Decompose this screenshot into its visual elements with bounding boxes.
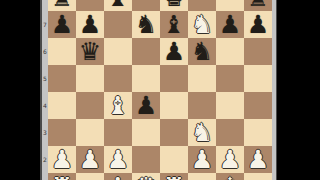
white-pawn-piece: ♟ bbox=[188, 146, 216, 173]
square-a7[interactable]: ♟ bbox=[48, 11, 76, 38]
square-c8[interactable]: ♝ bbox=[104, 0, 132, 11]
chess-board: ♜♝♚♜♟♟♞♝♞♟♟♛♟♞♝♟♞♟♟♟♟♟♟♜♝♛♜♚ bbox=[48, 0, 272, 180]
white-king-piece: ♚ bbox=[216, 173, 244, 180]
black-pawn-piece: ♟ bbox=[76, 11, 104, 38]
square-b6[interactable]: ♛ bbox=[76, 38, 104, 65]
square-h2[interactable]: ♟ bbox=[244, 146, 272, 173]
black-knight-piece: ♞ bbox=[132, 11, 160, 38]
square-e5[interactable] bbox=[160, 65, 188, 92]
white-pawn-piece: ♟ bbox=[76, 146, 104, 173]
white-bishop-piece: ♝ bbox=[104, 92, 132, 119]
black-bishop-piece: ♝ bbox=[160, 11, 188, 38]
square-f5[interactable] bbox=[188, 65, 216, 92]
square-g5[interactable] bbox=[216, 65, 244, 92]
square-c5[interactable] bbox=[104, 65, 132, 92]
video-letterbox-frame: 87654321 ♜♝♚♜♟♟♞♝♞♟♟♛♟♞♝♟♞♟♟♟♟♟♟♜♝♛♜♚ bbox=[0, 0, 320, 180]
square-h5[interactable] bbox=[244, 65, 272, 92]
square-d1[interactable]: ♛ bbox=[132, 173, 160, 180]
square-d2[interactable] bbox=[132, 146, 160, 173]
square-f6[interactable]: ♞ bbox=[188, 38, 216, 65]
square-c7[interactable] bbox=[104, 11, 132, 38]
white-pawn-piece: ♟ bbox=[244, 146, 272, 173]
square-f4[interactable] bbox=[188, 92, 216, 119]
square-b2[interactable]: ♟ bbox=[76, 146, 104, 173]
square-c1[interactable]: ♝ bbox=[104, 173, 132, 180]
chess-board-area: 87654321 ♜♝♚♜♟♟♞♝♞♟♟♛♟♞♝♟♞♟♟♟♟♟♟♜♝♛♜♚ bbox=[40, 0, 277, 180]
black-pawn-piece: ♟ bbox=[160, 38, 188, 65]
white-pawn-piece: ♟ bbox=[216, 146, 244, 173]
square-e7[interactable]: ♝ bbox=[160, 11, 188, 38]
square-g2[interactable]: ♟ bbox=[216, 146, 244, 173]
square-a1[interactable]: ♜ bbox=[48, 173, 76, 180]
white-queen-piece: ♛ bbox=[132, 173, 160, 180]
square-f2[interactable]: ♟ bbox=[188, 146, 216, 173]
black-bishop-piece: ♝ bbox=[104, 0, 132, 11]
black-queen-piece: ♛ bbox=[76, 38, 104, 65]
square-e3[interactable] bbox=[160, 119, 188, 146]
square-g4[interactable] bbox=[216, 92, 244, 119]
square-a5[interactable] bbox=[48, 65, 76, 92]
white-knight-piece: ♞ bbox=[188, 119, 216, 146]
square-f3[interactable]: ♞ bbox=[188, 119, 216, 146]
black-pawn-piece: ♟ bbox=[132, 92, 160, 119]
square-d5[interactable] bbox=[132, 65, 160, 92]
square-b1[interactable] bbox=[76, 173, 104, 180]
square-d6[interactable] bbox=[132, 38, 160, 65]
square-g6[interactable] bbox=[216, 38, 244, 65]
square-h1[interactable] bbox=[244, 173, 272, 180]
square-h4[interactable] bbox=[244, 92, 272, 119]
square-f1[interactable] bbox=[188, 173, 216, 180]
square-g1[interactable]: ♚ bbox=[216, 173, 244, 180]
white-bishop-piece: ♝ bbox=[104, 173, 132, 180]
square-b3[interactable] bbox=[76, 119, 104, 146]
square-c4[interactable]: ♝ bbox=[104, 92, 132, 119]
square-a6[interactable] bbox=[48, 38, 76, 65]
square-e1[interactable]: ♜ bbox=[160, 173, 188, 180]
black-knight-piece: ♞ bbox=[188, 38, 216, 65]
square-a3[interactable] bbox=[48, 119, 76, 146]
rank-coordinate-strip: 87654321 bbox=[40, 0, 48, 180]
square-c6[interactable] bbox=[104, 38, 132, 65]
square-h6[interactable] bbox=[244, 38, 272, 65]
square-c3[interactable] bbox=[104, 119, 132, 146]
white-rook-piece: ♜ bbox=[48, 173, 76, 180]
square-e6[interactable]: ♟ bbox=[160, 38, 188, 65]
square-d3[interactable] bbox=[132, 119, 160, 146]
square-e4[interactable] bbox=[160, 92, 188, 119]
black-pawn-piece: ♟ bbox=[216, 11, 244, 38]
square-h7[interactable]: ♟ bbox=[244, 11, 272, 38]
square-a4[interactable] bbox=[48, 92, 76, 119]
square-h3[interactable] bbox=[244, 119, 272, 146]
square-c2[interactable]: ♟ bbox=[104, 146, 132, 173]
square-b4[interactable] bbox=[76, 92, 104, 119]
black-pawn-piece: ♟ bbox=[48, 11, 76, 38]
board-right-border bbox=[272, 0, 277, 180]
square-e2[interactable] bbox=[160, 146, 188, 173]
square-g3[interactable] bbox=[216, 119, 244, 146]
square-b5[interactable] bbox=[76, 65, 104, 92]
white-pawn-piece: ♟ bbox=[104, 146, 132, 173]
square-b7[interactable]: ♟ bbox=[76, 11, 104, 38]
white-pawn-piece: ♟ bbox=[48, 146, 76, 173]
white-knight-piece: ♞ bbox=[188, 11, 216, 38]
black-pawn-piece: ♟ bbox=[244, 11, 272, 38]
square-a2[interactable]: ♟ bbox=[48, 146, 76, 173]
square-d7[interactable]: ♞ bbox=[132, 11, 160, 38]
square-f7[interactable]: ♞ bbox=[188, 11, 216, 38]
square-d4[interactable]: ♟ bbox=[132, 92, 160, 119]
white-rook-piece: ♜ bbox=[160, 173, 188, 180]
square-g7[interactable]: ♟ bbox=[216, 11, 244, 38]
